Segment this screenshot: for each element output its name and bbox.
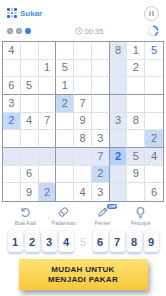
cell-r7c6[interactable]: 7	[92, 148, 110, 166]
cell-r2c3[interactable]: 1	[39, 60, 57, 78]
cell-r5c8[interactable]: 8	[127, 113, 145, 131]
cell-r5c6[interactable]	[92, 113, 110, 131]
cell-r7c3[interactable]	[39, 148, 57, 166]
cell-r4c1[interactable]: 3	[3, 95, 21, 113]
numpad-key-6[interactable]: 6	[93, 231, 108, 252]
cell-r8c8[interactable]: 9	[127, 166, 145, 184]
ad-banner-line1: MUDAH UNTUK	[51, 265, 114, 275]
cell-r3c2[interactable]: 5	[21, 77, 39, 95]
hint-label: Petunjuk	[131, 220, 150, 226]
mistake-dot	[25, 28, 31, 34]
numpad-key-8[interactable]: 8	[127, 231, 142, 252]
mistake-dot	[7, 28, 13, 34]
cell-r8c6[interactable]: 2	[92, 166, 110, 184]
pause-button[interactable]	[144, 6, 159, 21]
tools-row: Buat Asal Padamkan OFF Pensel Petunjuk	[0, 202, 166, 227]
cell-r6c3[interactable]	[39, 130, 57, 148]
cell-r9c8[interactable]	[127, 183, 145, 201]
cell-r4c5[interactable]: 7	[74, 95, 92, 113]
cell-r8c9[interactable]	[145, 166, 163, 184]
undo-label: Buat Asal	[15, 220, 36, 226]
cell-r9c5[interactable]: 4	[74, 183, 92, 201]
cell-r1c1[interactable]: 4	[3, 42, 21, 60]
mistake-dot	[16, 28, 22, 34]
cell-r3c4[interactable]: 1	[56, 77, 74, 95]
cell-r7c5[interactable]	[74, 148, 92, 166]
cell-r8c1[interactable]	[3, 166, 21, 184]
cell-r9c9[interactable]: 6	[145, 183, 163, 201]
cell-r5c1[interactable]: 2	[3, 113, 21, 131]
cell-r1c5[interactable]	[74, 42, 92, 60]
cell-r1c7[interactable]: 8	[110, 42, 128, 60]
cell-r4c4[interactable]: 2	[56, 95, 74, 113]
sudoku-board: 4815152651327247938832725462992436	[2, 41, 164, 202]
hint-button[interactable]: Petunjuk	[124, 206, 158, 226]
cell-r6c4[interactable]	[56, 130, 74, 148]
numpad-key-7[interactable]: 7	[110, 231, 125, 252]
erase-label: Padamkan	[52, 220, 76, 226]
cell-r2c7[interactable]	[110, 60, 128, 78]
cell-r1c3[interactable]	[39, 42, 57, 60]
cell-r4c8[interactable]	[127, 95, 145, 113]
cell-r3c9[interactable]	[145, 77, 163, 95]
cell-r6c7[interactable]	[110, 130, 128, 148]
cell-r4c2[interactable]	[21, 95, 39, 113]
cell-r5c9[interactable]	[145, 113, 163, 131]
numpad-key-9[interactable]: 9	[144, 231, 159, 252]
cell-r5c7[interactable]: 3	[110, 113, 128, 131]
undo-icon	[19, 206, 32, 219]
cell-r6c6[interactable]: 3	[92, 130, 110, 148]
cell-r6c1[interactable]	[3, 130, 21, 148]
cell-r9c7[interactable]	[110, 183, 128, 201]
cell-r2c1[interactable]	[3, 60, 21, 78]
numpad-key-5[interactable]: 5	[76, 231, 91, 252]
cell-r4c3[interactable]	[39, 95, 57, 113]
cell-r4c6[interactable]	[92, 95, 110, 113]
cell-r8c3[interactable]	[39, 166, 57, 184]
erase-button[interactable]: Padamkan	[47, 206, 81, 226]
ad-banner-line2: MENJADI PAKAR	[48, 275, 118, 285]
cell-r9c3[interactable]: 2	[39, 183, 57, 201]
cell-r7c4[interactable]	[56, 148, 74, 166]
cell-r7c2[interactable]	[21, 148, 39, 166]
cell-r2c5[interactable]	[74, 60, 92, 78]
cell-r5c3[interactable]: 7	[39, 113, 57, 131]
cell-r1c9[interactable]: 5	[145, 42, 163, 60]
cell-r1c8[interactable]: 1	[127, 42, 145, 60]
cell-r1c4[interactable]	[56, 42, 74, 60]
pencil-mode-badge: OFF	[107, 204, 117, 209]
numpad-key-4[interactable]: 4	[59, 231, 74, 252]
cell-r3c1[interactable]: 6	[3, 77, 21, 95]
top-bar: Sukar	[0, 0, 166, 22]
numpad-key-2[interactable]: 2	[25, 231, 40, 252]
cell-r1c2[interactable]	[21, 42, 39, 60]
cell-r5c2[interactable]: 4	[21, 113, 39, 131]
cell-r6c5[interactable]: 8	[74, 130, 92, 148]
difficulty-label: Sukar	[20, 9, 42, 18]
number-pad: 123456789	[0, 227, 166, 252]
eraser-icon	[57, 206, 70, 219]
cell-r1c6[interactable]	[92, 42, 110, 60]
cell-r9c4[interactable]	[56, 183, 74, 201]
cell-r2c4[interactable]: 5	[56, 60, 74, 78]
cell-r2c8[interactable]: 2	[127, 60, 145, 78]
undo-button[interactable]: Buat Asal	[8, 206, 42, 226]
timer: 00:35	[75, 27, 104, 36]
cell-r3c5[interactable]	[74, 77, 92, 95]
cell-r8c5[interactable]	[74, 166, 92, 184]
cell-r4c7[interactable]	[110, 95, 128, 113]
timer-value: 00:35	[85, 27, 104, 36]
cell-r2c2[interactable]	[21, 60, 39, 78]
cell-r7c1[interactable]	[3, 148, 21, 166]
cell-r9c2[interactable]: 9	[21, 183, 39, 201]
cell-r3c7[interactable]	[110, 77, 128, 95]
cell-r9c1[interactable]	[3, 183, 21, 201]
cell-r7c7[interactable]: 2	[110, 148, 128, 166]
cell-r6c9[interactable]: 2	[145, 130, 163, 148]
cell-r8c2[interactable]: 6	[21, 166, 39, 184]
mistake-dots	[7, 28, 31, 34]
pause-icon	[149, 11, 151, 16]
progress-ring-icon[interactable]	[147, 25, 159, 37]
cell-r5c4[interactable]	[56, 113, 74, 131]
cell-r9c6[interactable]: 3	[92, 183, 110, 201]
cell-r3c6[interactable]	[92, 77, 110, 95]
pencil-button[interactable]: OFF Pensel	[85, 206, 119, 226]
cell-r5c5[interactable]: 9	[74, 113, 92, 131]
cell-r7c8[interactable]: 5	[127, 148, 145, 166]
cell-r4c9[interactable]	[145, 95, 163, 113]
cell-r3c3[interactable]	[39, 77, 57, 95]
cell-r6c2[interactable]	[21, 130, 39, 148]
pencil-label: Pensel	[95, 220, 110, 226]
ad-banner[interactable]: MUDAH UNTUK MENJADI PAKAR	[19, 259, 148, 290]
cell-r6c8[interactable]	[127, 130, 145, 148]
cell-r7c9[interactable]: 4	[145, 148, 163, 166]
cell-r2c9[interactable]	[145, 60, 163, 78]
cell-r2c6[interactable]	[92, 60, 110, 78]
cell-r3c8[interactable]	[127, 77, 145, 95]
cell-r8c7[interactable]	[110, 166, 128, 184]
status-row: 00:35	[0, 22, 166, 41]
lightbulb-icon	[134, 206, 147, 219]
app-brand: Sukar	[7, 8, 42, 18]
cell-r8c4[interactable]	[56, 166, 74, 184]
clock-icon	[75, 27, 83, 35]
sudoku-grid-logo-icon	[7, 8, 17, 18]
numpad-key-3[interactable]: 3	[42, 231, 57, 252]
numpad-key-1[interactable]: 1	[8, 231, 23, 252]
